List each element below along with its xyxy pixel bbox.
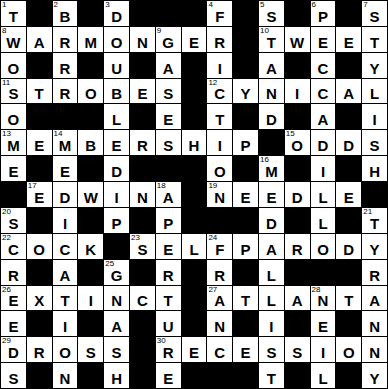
cell-r14c9[interactable]: C [207, 337, 232, 362]
clue-number: 13 [2, 130, 11, 139]
cell-letter: S [137, 242, 147, 259]
cell-r4c4[interactable]: O [78, 79, 103, 104]
cell-r12c11[interactable]: L [259, 286, 284, 311]
cell-letter: I [63, 319, 67, 336]
cell-letter: C [214, 86, 225, 103]
cell-letter: M [265, 164, 278, 181]
cell-r8c14[interactable]: E [336, 182, 361, 207]
clue-number: 25 [105, 260, 114, 269]
cell-letter: I [373, 112, 377, 129]
cell-r14c8[interactable]: E [182, 337, 207, 362]
cell-r12c3[interactable]: T [53, 286, 78, 311]
cell-r9c15[interactable]: 21T [362, 208, 387, 233]
cell-letter: G [111, 268, 123, 285]
black-cell-r5c4 [78, 104, 103, 129]
cell-letter: W [6, 35, 20, 52]
clue-number: 28 [312, 286, 321, 295]
cell-r8c12[interactable]: D [285, 182, 310, 207]
cell-r9c3[interactable]: I [53, 208, 78, 233]
cell-r14c13[interactable]: I [311, 337, 336, 362]
cell-r7c9[interactable]: O [207, 156, 232, 181]
cell-letter: U [163, 319, 174, 336]
cell-r4c14[interactable]: A [336, 79, 361, 104]
cell-r8c7[interactable]: 18A [156, 182, 181, 207]
cell-letter: Y [370, 61, 380, 78]
cell-r2c1[interactable]: 8W [1, 27, 26, 52]
cell-r11c1[interactable]: R [1, 260, 26, 285]
cell-r5c1[interactable]: O [1, 104, 26, 129]
cell-r15c1[interactable]: S [1, 363, 26, 388]
cell-r7c1[interactable]: E [1, 156, 26, 181]
black-cell-r9c10 [233, 208, 258, 233]
cell-letter: H [111, 371, 122, 388]
cell-letter: I [321, 345, 325, 362]
cell-letter: S [292, 345, 302, 362]
cell-letter: S [370, 138, 380, 155]
cell-r1c3[interactable]: 2B [53, 1, 78, 26]
cell-letter: H [369, 164, 380, 181]
cell-r2c13[interactable]: E [311, 27, 336, 52]
black-cell-r15c14 [336, 363, 361, 388]
cell-r12c2[interactable]: X [27, 286, 52, 311]
cell-r14c14[interactable]: O [336, 337, 361, 362]
cell-r10c14[interactable]: D [336, 234, 361, 259]
cell-r9c11[interactable]: D [259, 208, 284, 233]
cell-letter: P [163, 216, 173, 233]
cell-r12c7[interactable]: T [156, 286, 181, 311]
cell-r14c15[interactable]: N [362, 337, 387, 362]
cell-r3c5[interactable]: U [104, 53, 129, 78]
cell-r2c11[interactable]: 10T [259, 27, 284, 52]
cell-r2c3[interactable]: R [53, 27, 78, 52]
cell-r6c8[interactable]: H [182, 130, 207, 155]
cell-r2c8[interactable]: E [182, 27, 207, 52]
clue-number: 8 [2, 27, 6, 36]
cell-r8c6[interactable]: N [130, 182, 155, 207]
cell-letter: T [370, 35, 379, 52]
cell-letter: E [163, 112, 173, 129]
cell-r11c7[interactable]: R [156, 260, 181, 285]
black-cell-r3c6 [130, 53, 155, 78]
cell-r8c11[interactable]: E [259, 182, 284, 207]
cell-r14c2[interactable]: R [27, 337, 52, 362]
cell-r15c11[interactable]: T [259, 363, 284, 388]
cell-r4c9[interactable]: 12C [207, 79, 232, 104]
cell-letter: D [266, 216, 277, 233]
cell-letter: C [318, 86, 329, 103]
cell-r12c10[interactable]: T [233, 286, 258, 311]
black-cell-r1c10 [233, 1, 258, 26]
cell-r13c3[interactable]: I [53, 311, 78, 336]
cell-r14c5[interactable]: S [104, 337, 129, 362]
cell-letter: L [318, 190, 327, 207]
cell-r3c13[interactable]: C [311, 53, 336, 78]
cell-r4c2[interactable]: T [27, 79, 52, 104]
cell-letter: E [8, 164, 18, 181]
cell-r3c1[interactable]: O [1, 53, 26, 78]
cell-r8c2[interactable]: 17E [27, 182, 52, 207]
cell-letter: C [318, 61, 329, 78]
clue-number: 3 [105, 1, 109, 10]
cell-letter: E [189, 345, 199, 362]
cell-letter: L [267, 293, 276, 310]
cell-r1c15[interactable]: 7S [362, 1, 387, 26]
black-cell-r14c6 [130, 337, 155, 362]
cell-letter: A [343, 86, 354, 103]
clue-number: 12 [208, 79, 217, 88]
cell-r4c5[interactable]: B [104, 79, 129, 104]
cell-r10c12[interactable]: R [285, 234, 310, 259]
cell-r10c2[interactable]: O [27, 234, 52, 259]
black-cell-r15c12 [285, 363, 310, 388]
cell-letter: E [112, 138, 122, 155]
cell-letter: N [369, 319, 380, 336]
cell-r1c9[interactable]: 4F [207, 1, 232, 26]
black-cell-r15c2 [27, 363, 52, 388]
cell-r13c13[interactable]: E [311, 311, 336, 336]
cell-r7c3[interactable]: E [53, 156, 78, 181]
cell-r13c11[interactable]: I [259, 311, 284, 336]
cell-r4c11[interactable]: N [259, 79, 284, 104]
cell-r6c7[interactable]: S [156, 130, 181, 155]
black-cell-r11c12 [285, 260, 310, 285]
cell-r12c13[interactable]: 28N [311, 286, 336, 311]
cell-r15c15[interactable]: Y [362, 363, 387, 388]
cell-r11c9[interactable]: R [207, 260, 232, 285]
cell-r11c5[interactable]: 25G [104, 260, 129, 285]
cell-letter: E [163, 242, 173, 259]
cell-r3c7[interactable]: A [156, 53, 181, 78]
cell-letter: Y [370, 371, 380, 388]
cell-r15c7[interactable]: E [156, 363, 181, 388]
black-cell-r11c4 [78, 260, 103, 285]
cell-r6c6[interactable]: R [130, 130, 155, 155]
cell-letter: E [344, 190, 354, 207]
cell-r5c7[interactable]: E [156, 104, 181, 129]
cell-letter: O [8, 61, 20, 78]
cell-letter: D [111, 9, 122, 26]
cell-letter: E [266, 190, 276, 207]
cell-r3c15[interactable]: Y [362, 53, 387, 78]
cell-r12c12[interactable]: A [285, 286, 310, 311]
cell-letter: P [241, 242, 251, 259]
cell-r2c7[interactable]: 9G [156, 27, 181, 52]
cell-letter: O [8, 112, 20, 129]
cell-letter: C [8, 242, 19, 259]
cell-r14c12[interactable]: S [285, 337, 310, 362]
black-cell-r5c12 [285, 104, 310, 129]
cell-r12c14[interactable]: T [336, 286, 361, 311]
cell-r6c13[interactable]: D [311, 130, 336, 155]
cell-r4c12[interactable]: I [285, 79, 310, 104]
cell-r1c11[interactable]: 5S [259, 1, 284, 26]
black-cell-r11c8 [182, 260, 207, 285]
cell-r15c13[interactable]: L [311, 363, 336, 388]
cell-letter: S [370, 9, 380, 26]
cell-letter: R [214, 268, 225, 285]
cell-letter: A [34, 35, 45, 52]
cell-r10c15[interactable]: Y [362, 234, 387, 259]
cell-letter: S [8, 371, 18, 388]
black-cell-r7c2 [27, 156, 52, 181]
cell-r7c5[interactable]: D [104, 156, 129, 181]
clue-number: 14 [54, 130, 63, 139]
cell-r8c4[interactable]: W [78, 182, 103, 207]
black-cell-r5c3 [53, 104, 78, 129]
cell-r14c4[interactable]: S [78, 337, 103, 362]
black-cell-r10c5 [104, 234, 129, 259]
black-cell-r5c14 [336, 104, 361, 129]
black-cell-r9c14 [336, 208, 361, 233]
cell-letter: R [369, 268, 380, 285]
cell-r11c3[interactable]: A [53, 260, 78, 285]
cell-r6c3[interactable]: 14M [53, 130, 78, 155]
cell-letter: T [241, 293, 250, 310]
cell-r10c8[interactable]: L [182, 234, 207, 259]
cell-r12c5[interactable]: N [104, 286, 129, 311]
black-cell-r13c10 [233, 311, 258, 336]
cell-letter: S [112, 345, 122, 362]
cell-r5c5[interactable]: L [104, 104, 129, 129]
cell-r1c1[interactable]: 1T [1, 1, 26, 26]
cell-letter: Y [370, 242, 380, 259]
cell-r7c11[interactable]: 16M [259, 156, 284, 181]
cell-letter: O [85, 86, 97, 103]
clue-number: 20 [2, 208, 11, 217]
cell-letter: A [292, 293, 303, 310]
cell-r10c6[interactable]: 23S [130, 234, 155, 259]
cell-letter: D [318, 138, 329, 155]
cell-r4c15[interactable]: L [362, 79, 387, 104]
cell-r5c9[interactable]: T [207, 104, 232, 129]
clue-number: 21 [363, 208, 372, 217]
clue-number: 17 [28, 182, 37, 191]
cell-r14c10[interactable]: E [233, 337, 258, 362]
cell-r10c4[interactable]: K [78, 234, 103, 259]
black-cell-r2c10 [233, 27, 258, 52]
cell-r11c11[interactable]: L [259, 260, 284, 285]
cell-r5c11[interactable]: D [259, 104, 284, 129]
black-cell-r7c6 [130, 156, 155, 181]
cell-r10c7[interactable]: E [156, 234, 181, 259]
cell-r8c3[interactable]: D [53, 182, 78, 207]
cell-letter: O [33, 242, 45, 259]
cell-letter: D [111, 164, 122, 181]
black-cell-r9c4 [78, 208, 103, 233]
cell-r9c13[interactable]: L [311, 208, 336, 233]
cell-r4c3[interactable]: R [53, 79, 78, 104]
cell-r12c4[interactable]: I [78, 286, 103, 311]
cell-letter: S [8, 216, 18, 233]
cell-r6c1[interactable]: 13M [1, 130, 26, 155]
cell-letter: D [266, 112, 277, 129]
cell-letter: L [112, 112, 121, 129]
clue-number: 5 [260, 1, 264, 10]
cell-letter: T [60, 293, 69, 310]
cell-r12c6[interactable]: C [130, 286, 155, 311]
black-cell-r1c7 [156, 1, 181, 26]
clue-number: 15 [286, 130, 295, 139]
cell-letter: D [343, 138, 354, 155]
cell-letter: S [86, 345, 96, 362]
cell-r10c11[interactable]: A [259, 234, 284, 259]
cell-r6c5[interactable]: E [104, 130, 129, 155]
cell-r7c13[interactable]: I [311, 156, 336, 181]
cell-r8c10[interactable]: E [233, 182, 258, 207]
cell-r14c1[interactable]: 29D [1, 337, 26, 362]
cell-r10c3[interactable]: C [53, 234, 78, 259]
cell-r15c3[interactable]: N [53, 363, 78, 388]
black-cell-r7c10 [233, 156, 258, 181]
cell-r2c14[interactable]: E [336, 27, 361, 52]
cell-letter: A [163, 190, 174, 207]
cell-r6c14[interactable]: D [336, 130, 361, 155]
black-cell-r11c10 [233, 260, 258, 285]
cell-letter: R [8, 268, 19, 285]
cell-letter: D [60, 190, 71, 207]
cell-r13c7[interactable]: U [156, 311, 181, 336]
cell-letter: N [111, 293, 122, 310]
cell-letter: A [60, 268, 71, 285]
cell-r6c15[interactable]: S [362, 130, 387, 155]
cell-r2c5[interactable]: O [104, 27, 129, 52]
black-cell-r5c6 [130, 104, 155, 129]
cell-r12c15[interactable]: A [362, 286, 387, 311]
black-cell-r13c2 [27, 311, 52, 336]
cell-r4c7[interactable]: S [156, 79, 181, 104]
cell-letter: I [89, 293, 93, 310]
cell-r14c7[interactable]: 30R [156, 337, 181, 362]
cell-r12c9[interactable]: 27A [207, 286, 232, 311]
cell-r2c12[interactable]: W [285, 27, 310, 52]
cell-letter: B [111, 86, 122, 103]
black-cell-r1c14 [336, 1, 361, 26]
clue-number: 27 [208, 286, 217, 295]
cell-letter: O [214, 164, 226, 181]
cell-r4c1[interactable]: 11S [1, 79, 26, 104]
black-cell-r12c8 [182, 286, 207, 311]
black-cell-r3c12 [285, 53, 310, 78]
cell-r10c10[interactable]: P [233, 234, 258, 259]
black-cell-r9c9 [207, 208, 232, 233]
cell-r2c4[interactable]: M [78, 27, 103, 52]
cell-letter: L [318, 371, 327, 388]
black-cell-r13c8 [182, 311, 207, 336]
cell-r5c13[interactable]: A [311, 104, 336, 129]
cell-r3c9[interactable]: I [207, 53, 232, 78]
cell-r13c1[interactable]: E [1, 311, 26, 336]
cell-r13c9[interactable]: N [207, 311, 232, 336]
black-cell-r15c9 [207, 363, 232, 388]
cell-r10c1[interactable]: 22C [1, 234, 26, 259]
cell-r3c3[interactable]: R [53, 53, 78, 78]
black-cell-r5c8 [182, 104, 207, 129]
cell-letter: A [318, 112, 329, 129]
cell-letter: I [295, 86, 299, 103]
black-cell-r9c6 [130, 208, 155, 233]
cell-letter: R [163, 345, 174, 362]
cell-r8c9[interactable]: 19N [207, 182, 232, 207]
cell-r4c13[interactable]: C [311, 79, 336, 104]
black-cell-r13c6 [130, 311, 155, 336]
cell-letter: S [266, 345, 276, 362]
cell-r14c3[interactable]: O [53, 337, 78, 362]
clue-number: 24 [208, 234, 217, 243]
cell-letter: N [369, 345, 380, 362]
cell-r13c15[interactable]: N [362, 311, 387, 336]
cell-letter: I [115, 190, 119, 207]
black-cell-r9c2 [27, 208, 52, 233]
cell-r6c12[interactable]: 15O [285, 130, 310, 155]
cell-letter: L [189, 242, 198, 259]
cell-r10c9[interactable]: 24F [207, 234, 232, 259]
cell-r2c6[interactable]: N [130, 27, 155, 52]
cell-r5c15[interactable]: I [362, 104, 387, 129]
clue-number: 26 [2, 286, 11, 295]
cell-r8c13[interactable]: L [311, 182, 336, 207]
cell-r3c11[interactable]: A [259, 53, 284, 78]
cell-r2c15[interactable]: T [362, 27, 387, 52]
clue-number: 6 [312, 1, 316, 10]
cell-r14c11[interactable]: S [259, 337, 284, 362]
cell-letter: M [7, 138, 20, 155]
cell-letter: D [8, 345, 19, 362]
cell-letter: B [60, 9, 71, 26]
black-cell-r5c2 [27, 104, 52, 129]
cell-letter: N [214, 190, 225, 207]
cell-r2c2[interactable]: A [27, 27, 52, 52]
clue-number: 18 [157, 182, 166, 191]
cell-letter: W [84, 190, 98, 207]
cell-r9c5[interactable]: P [104, 208, 129, 233]
cell-letter: T [344, 293, 353, 310]
cell-r4c6[interactable]: E [130, 79, 155, 104]
cell-letter: P [112, 216, 122, 233]
clue-number: 2 [54, 1, 58, 10]
cell-r6c9[interactable]: I [207, 130, 232, 155]
cell-r6c4[interactable]: B [78, 130, 103, 155]
cell-r8c5[interactable]: I [104, 182, 129, 207]
black-cell-r7c7 [156, 156, 181, 181]
cell-r6c10[interactable]: P [233, 130, 258, 155]
cell-letter: R [60, 86, 71, 103]
cell-r9c7[interactable]: P [156, 208, 181, 233]
cell-letter: R [34, 345, 45, 362]
cell-letter: R [60, 61, 71, 78]
cell-r4c10[interactable]: Y [233, 79, 258, 104]
cell-r10c13[interactable]: O [311, 234, 336, 259]
cell-r2c9[interactable]: R [207, 27, 232, 52]
cell-letter: E [34, 190, 44, 207]
cell-r1c13[interactable]: 6P [311, 1, 336, 26]
clue-number: 11 [2, 79, 10, 88]
cell-r6c2[interactable]: E [27, 130, 52, 155]
cell-r1c5[interactable]: 3D [104, 1, 129, 26]
black-cell-r5c10 [233, 104, 258, 129]
clue-number: 10 [260, 27, 269, 36]
cell-letter: I [218, 61, 222, 78]
cell-r9c1[interactable]: 20S [1, 208, 26, 233]
cell-letter: E [189, 35, 199, 52]
cell-r11c15[interactable]: R [362, 260, 387, 285]
cell-r7c15[interactable]: H [362, 156, 387, 181]
cell-r15c5[interactable]: H [104, 363, 129, 388]
cell-letter: N [60, 371, 71, 388]
black-cell-r15c4 [78, 363, 103, 388]
cell-r13c5[interactable]: A [104, 311, 129, 336]
cell-letter: U [111, 61, 122, 78]
cell-r12c1[interactable]: 26E [1, 286, 26, 311]
